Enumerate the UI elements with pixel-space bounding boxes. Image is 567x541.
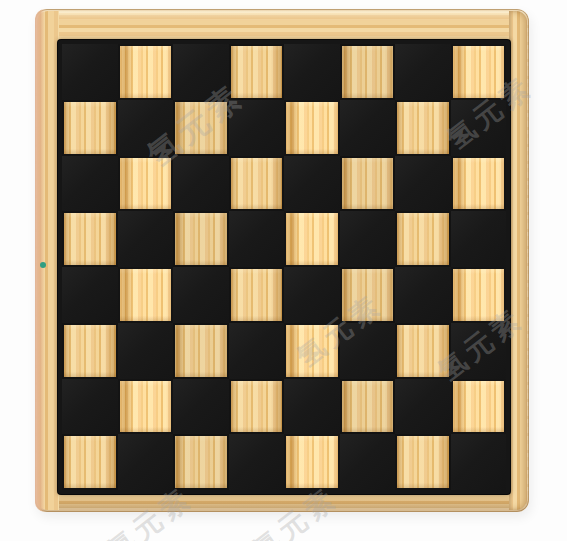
square-a7[interactable] — [62, 100, 118, 156]
square-f7[interactable] — [340, 100, 396, 156]
square-b5[interactable] — [118, 211, 174, 267]
square-f3[interactable] — [340, 323, 396, 379]
square-g5[interactable] — [395, 211, 451, 267]
square-h3[interactable] — [451, 323, 507, 379]
square-b4[interactable] — [118, 267, 174, 323]
square-a3[interactable] — [62, 323, 118, 379]
square-d1[interactable] — [229, 434, 285, 490]
board-grid — [62, 44, 506, 490]
square-b2[interactable] — [118, 379, 174, 435]
square-a5[interactable] — [62, 211, 118, 267]
square-h7[interactable] — [451, 100, 507, 156]
square-e3[interactable] — [284, 323, 340, 379]
square-d5[interactable] — [229, 211, 285, 267]
square-f1[interactable] — [340, 434, 396, 490]
square-c8[interactable] — [173, 44, 229, 100]
square-b8[interactable] — [118, 44, 174, 100]
square-d6[interactable] — [229, 156, 285, 212]
playing-field — [58, 40, 510, 494]
square-h1[interactable] — [451, 434, 507, 490]
square-c5[interactable] — [173, 211, 229, 267]
square-f2[interactable] — [340, 379, 396, 435]
square-e4[interactable] — [284, 267, 340, 323]
square-a6[interactable] — [62, 156, 118, 212]
square-c2[interactable] — [173, 379, 229, 435]
square-g8[interactable] — [395, 44, 451, 100]
square-f6[interactable] — [340, 156, 396, 212]
square-c1[interactable] — [173, 434, 229, 490]
square-h8[interactable] — [451, 44, 507, 100]
square-a1[interactable] — [62, 434, 118, 490]
square-a2[interactable] — [62, 379, 118, 435]
square-a4[interactable] — [62, 267, 118, 323]
square-f4[interactable] — [340, 267, 396, 323]
board-side-edge — [35, 9, 45, 512]
square-g2[interactable] — [395, 379, 451, 435]
square-h6[interactable] — [451, 156, 507, 212]
square-c4[interactable] — [173, 267, 229, 323]
square-c7[interactable] — [173, 100, 229, 156]
square-h5[interactable] — [451, 211, 507, 267]
photo-canvas: 氢元素氢元素氢元素氢元素氢元素氢元素 — [0, 0, 567, 541]
chessboard — [35, 9, 529, 512]
square-e7[interactable] — [284, 100, 340, 156]
square-d3[interactable] — [229, 323, 285, 379]
board-frame-right — [509, 11, 527, 510]
square-g6[interactable] — [395, 156, 451, 212]
square-e5[interactable] — [284, 211, 340, 267]
square-g4[interactable] — [395, 267, 451, 323]
square-a8[interactable] — [62, 44, 118, 100]
square-b7[interactable] — [118, 100, 174, 156]
square-h2[interactable] — [451, 379, 507, 435]
square-e1[interactable] — [284, 434, 340, 490]
square-d8[interactable] — [229, 44, 285, 100]
square-b1[interactable] — [118, 434, 174, 490]
square-g3[interactable] — [395, 323, 451, 379]
square-h4[interactable] — [451, 267, 507, 323]
square-e8[interactable] — [284, 44, 340, 100]
square-f8[interactable] — [340, 44, 396, 100]
square-e6[interactable] — [284, 156, 340, 212]
square-d2[interactable] — [229, 379, 285, 435]
square-f5[interactable] — [340, 211, 396, 267]
green-dot — [40, 262, 46, 268]
square-g1[interactable] — [395, 434, 451, 490]
square-c3[interactable] — [173, 323, 229, 379]
square-b6[interactable] — [118, 156, 174, 212]
square-e2[interactable] — [284, 379, 340, 435]
square-g7[interactable] — [395, 100, 451, 156]
square-c6[interactable] — [173, 156, 229, 212]
square-d7[interactable] — [229, 100, 285, 156]
square-b3[interactable] — [118, 323, 174, 379]
square-d4[interactable] — [229, 267, 285, 323]
